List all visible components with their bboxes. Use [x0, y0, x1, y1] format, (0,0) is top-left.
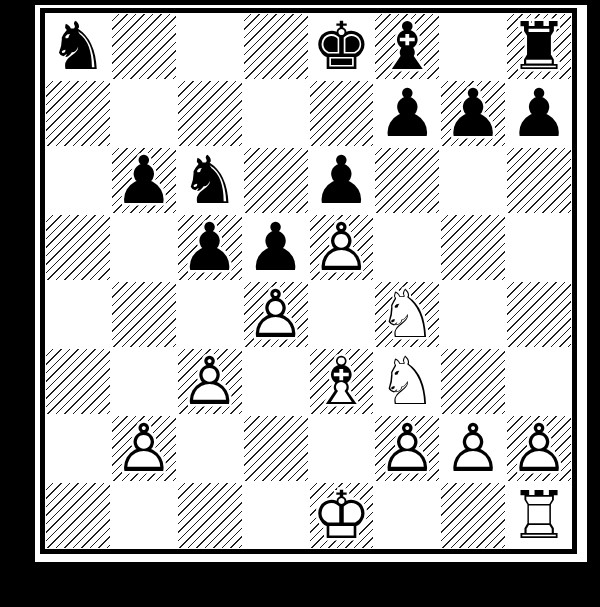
piece-halo: ♞ [378, 349, 437, 415]
square-c7[interactable] [177, 80, 243, 147]
piece-glyph: ♙ [378, 416, 437, 482]
square-c8[interactable] [177, 13, 243, 80]
piece-glyph: ♙ [444, 416, 503, 482]
piece-glyph: ♖ [509, 483, 568, 549]
white-rook-h1: ♜♖ [506, 482, 572, 549]
white-knight-f4: ♞♘ [374, 281, 440, 348]
page-background: ♞♞♚♚♝♝♜♜♟♟♟♟♟♟♟♟♞♞♟♟♟♟♟♟♟♙♟♙♞♘♟♙♝♗♞♘♟♙♟♙… [0, 0, 600, 607]
square-f4[interactable]: ♞♘ [374, 281, 440, 348]
square-h6[interactable] [506, 147, 572, 214]
piece-halo: ♚ [312, 14, 371, 80]
piece-halo: ♞ [48, 14, 107, 80]
square-b5[interactable] [111, 214, 177, 281]
piece-halo: ♟ [444, 416, 503, 482]
black-pawn-f7: ♟♟ [374, 80, 440, 147]
square-g7[interactable]: ♟♟ [440, 80, 506, 147]
white-pawn-h2: ♟♙ [506, 415, 572, 482]
white-pawn-g2: ♟♙ [440, 415, 506, 482]
white-pawn-c3: ♟♙ [177, 348, 243, 415]
square-d6[interactable] [243, 147, 309, 214]
piece-halo: ♟ [312, 148, 371, 214]
square-b3[interactable] [111, 348, 177, 415]
piece-glyph: ♘ [378, 282, 437, 348]
square-a1[interactable] [45, 482, 111, 549]
black-pawn-g7: ♟♟ [440, 80, 506, 147]
board-plate: ♞♞♚♚♝♝♜♜♟♟♟♟♟♟♟♟♞♞♟♟♟♟♟♟♟♙♟♙♞♘♟♙♝♗♞♘♟♙♟♙… [35, 5, 587, 562]
piece-glyph: ♝ [378, 14, 437, 80]
black-rook-h8: ♜♜ [506, 13, 572, 80]
white-pawn-d4: ♟♙ [243, 281, 309, 348]
piece-glyph: ♗ [312, 349, 371, 415]
square-f7[interactable]: ♟♟ [374, 80, 440, 147]
square-e4[interactable] [309, 281, 375, 348]
square-f8[interactable]: ♝♝ [374, 13, 440, 80]
piece-glyph: ♟ [312, 148, 371, 214]
square-a5[interactable] [45, 214, 111, 281]
piece-halo: ♟ [246, 282, 305, 348]
white-pawn-b2: ♟♙ [111, 415, 177, 482]
piece-halo: ♟ [312, 215, 371, 281]
square-c4[interactable] [177, 281, 243, 348]
piece-glyph: ♘ [378, 349, 437, 415]
piece-glyph: ♚ [312, 14, 371, 80]
square-b1[interactable] [111, 482, 177, 549]
square-a6[interactable] [45, 147, 111, 214]
square-c1[interactable] [177, 482, 243, 549]
square-a3[interactable] [45, 348, 111, 415]
square-c2[interactable] [177, 415, 243, 482]
piece-halo: ♜ [509, 483, 568, 549]
piece-halo: ♚ [312, 483, 371, 549]
square-h4[interactable] [506, 281, 572, 348]
piece-halo: ♟ [180, 349, 239, 415]
square-d7[interactable] [243, 80, 309, 147]
piece-glyph: ♙ [246, 282, 305, 348]
black-pawn-c5: ♟♟ [177, 214, 243, 281]
square-h8[interactable]: ♜♜ [506, 13, 572, 80]
square-c6[interactable]: ♞♞ [177, 147, 243, 214]
piece-glyph: ♞ [180, 148, 239, 214]
piece-glyph: ♔ [312, 483, 371, 549]
square-a4[interactable] [45, 281, 111, 348]
square-b2[interactable]: ♟♙ [111, 415, 177, 482]
piece-halo: ♟ [246, 215, 305, 281]
piece-halo: ♟ [114, 416, 173, 482]
square-d2[interactable] [243, 415, 309, 482]
black-bishop-f8: ♝♝ [374, 13, 440, 80]
square-b8[interactable] [111, 13, 177, 80]
piece-halo: ♞ [378, 282, 437, 348]
piece-halo: ♟ [378, 81, 437, 147]
square-d1[interactable] [243, 482, 309, 549]
square-a8[interactable]: ♞♞ [45, 13, 111, 80]
square-g5[interactable] [440, 214, 506, 281]
square-e8[interactable]: ♚♚ [309, 13, 375, 80]
square-h3[interactable] [506, 348, 572, 415]
square-a2[interactable] [45, 415, 111, 482]
chess-board: ♞♞♚♚♝♝♜♜♟♟♟♟♟♟♟♟♞♞♟♟♟♟♟♟♟♙♟♙♞♘♟♙♝♗♞♘♟♙♟♙… [45, 13, 572, 549]
square-h5[interactable] [506, 214, 572, 281]
black-pawn-d5: ♟♟ [243, 214, 309, 281]
square-h1[interactable]: ♜♖ [506, 482, 572, 549]
piece-glyph: ♟ [509, 81, 568, 147]
square-d3[interactable] [243, 348, 309, 415]
white-king-e1: ♚♔ [309, 482, 375, 549]
square-d4[interactable]: ♟♙ [243, 281, 309, 348]
board-frame: ♞♞♚♚♝♝♜♜♟♟♟♟♟♟♟♟♞♞♟♟♟♟♟♟♟♙♟♙♞♘♟♙♝♗♞♘♟♙♟♙… [40, 8, 577, 554]
piece-halo: ♟ [509, 81, 568, 147]
square-b7[interactable] [111, 80, 177, 147]
piece-halo: ♝ [312, 349, 371, 415]
piece-halo: ♟ [180, 215, 239, 281]
square-e6[interactable]: ♟♟ [309, 147, 375, 214]
square-e1[interactable]: ♚♔ [309, 482, 375, 549]
piece-halo: ♟ [444, 81, 503, 147]
piece-halo: ♞ [180, 148, 239, 214]
square-g6[interactable] [440, 147, 506, 214]
square-e3[interactable]: ♝♗ [309, 348, 375, 415]
square-g2[interactable]: ♟♙ [440, 415, 506, 482]
black-knight-c6: ♞♞ [177, 147, 243, 214]
piece-glyph: ♙ [114, 416, 173, 482]
square-b6[interactable]: ♟♟ [111, 147, 177, 214]
piece-glyph: ♜ [509, 14, 568, 80]
piece-glyph: ♟ [378, 81, 437, 147]
piece-glyph: ♟ [246, 215, 305, 281]
square-e5[interactable]: ♟♙ [309, 214, 375, 281]
piece-glyph: ♞ [48, 14, 107, 80]
square-f1[interactable] [374, 482, 440, 549]
square-a7[interactable] [45, 80, 111, 147]
piece-glyph: ♙ [312, 215, 371, 281]
white-pawn-e5: ♟♙ [309, 214, 375, 281]
piece-glyph: ♙ [180, 349, 239, 415]
piece-halo: ♟ [378, 416, 437, 482]
piece-glyph: ♙ [509, 416, 568, 482]
square-g8[interactable] [440, 13, 506, 80]
square-e7[interactable] [309, 80, 375, 147]
black-king-e8: ♚♚ [309, 13, 375, 80]
black-pawn-h7: ♟♟ [506, 80, 572, 147]
piece-glyph: ♟ [444, 81, 503, 147]
piece-halo: ♜ [509, 14, 568, 80]
square-h2[interactable]: ♟♙ [506, 415, 572, 482]
square-c5[interactable]: ♟♟ [177, 214, 243, 281]
square-f5[interactable] [374, 214, 440, 281]
square-f6[interactable] [374, 147, 440, 214]
piece-halo: ♟ [509, 416, 568, 482]
black-knight-a8: ♞♞ [45, 13, 111, 80]
piece-halo: ♟ [114, 148, 173, 214]
square-g4[interactable] [440, 281, 506, 348]
square-b4[interactable] [111, 281, 177, 348]
black-pawn-e6: ♟♟ [309, 147, 375, 214]
square-e2[interactable] [309, 415, 375, 482]
square-h7[interactable]: ♟♟ [506, 80, 572, 147]
piece-glyph: ♟ [180, 215, 239, 281]
black-pawn-b6: ♟♟ [111, 147, 177, 214]
white-pawn-f2: ♟♙ [374, 415, 440, 482]
piece-glyph: ♟ [114, 148, 173, 214]
square-c3[interactable]: ♟♙ [177, 348, 243, 415]
square-f2[interactable]: ♟♙ [374, 415, 440, 482]
white-knight-f3: ♞♘ [374, 348, 440, 415]
piece-halo: ♝ [378, 14, 437, 80]
square-f3[interactable]: ♞♘ [374, 348, 440, 415]
square-g1[interactable] [440, 482, 506, 549]
white-bishop-e3: ♝♗ [309, 348, 375, 415]
square-g3[interactable] [440, 348, 506, 415]
square-d5[interactable]: ♟♟ [243, 214, 309, 281]
square-d8[interactable] [243, 13, 309, 80]
